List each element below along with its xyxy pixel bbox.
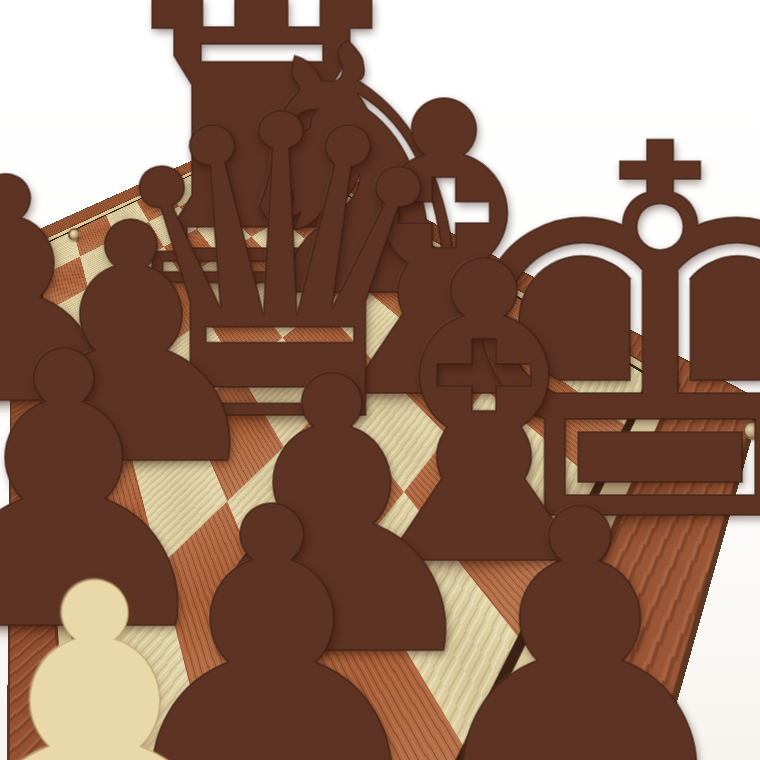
light-pawn[interactable]: ♟	[0, 531, 283, 760]
dark-pawn-f4[interactable]: ♟	[405, 460, 755, 760]
chess-photo-scene: ♜♞♝♟♛♟♚♝♟♟♟♟♟	[0, 0, 760, 760]
